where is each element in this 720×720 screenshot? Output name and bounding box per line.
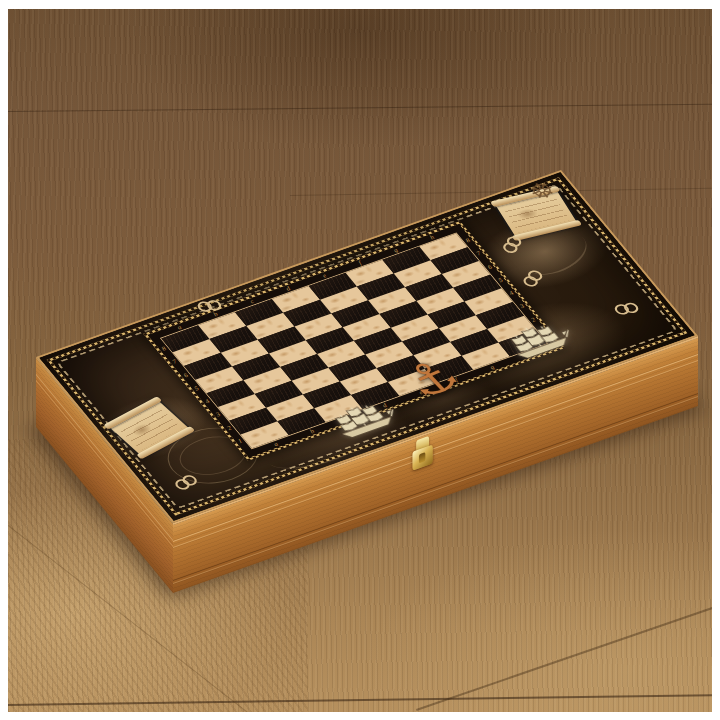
coordinate-label: 3 [214,411,222,418]
coordinate-label: 3 [518,303,526,310]
coordinate-label: 5 [193,385,201,392]
coordinate-label: 6 [182,372,190,379]
brass-latch [411,434,435,477]
coordinate-label: 4 [203,398,211,405]
coordinate-label: 1 [236,438,244,445]
coordinate-label: f [357,260,364,266]
coordinate-label: 6 [486,263,494,270]
coordinate-label: 8 [160,345,168,352]
product-photo: abcdefgh abcdefgh 87654321 87654321 [8,9,712,712]
coordinate-label: 2 [225,424,233,431]
coordinate-label: 7 [475,250,483,257]
coordinate-label: a [272,441,280,448]
coordinate-label: 5 [497,277,505,284]
coordinate-label: b [308,428,316,435]
coordinate-label: g [488,364,496,371]
chess-box-scene: abcdefgh abcdefgh 87654321 87654321 [8,9,712,712]
coordinate-label: 8 [464,237,472,244]
coordinate-label: 4 [507,290,515,297]
coordinate-label: 7 [171,359,179,366]
